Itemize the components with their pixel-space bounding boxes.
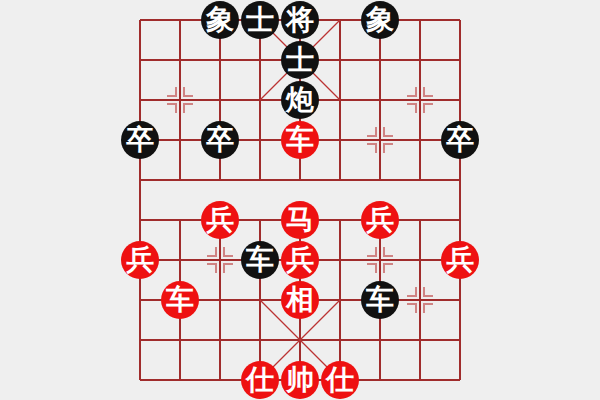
point-c3-r6[interactable]: 车 [240,240,280,280]
point-c4-r7[interactable]: 相 [280,280,320,320]
point-c4-r8[interactable] [280,320,320,360]
point-c7-r8[interactable] [400,320,440,360]
point-c1-r7[interactable]: 车 [160,280,200,320]
black-general[interactable]: 将 [281,1,319,39]
point-c8-r4[interactable] [440,160,480,200]
red-elephant[interactable]: 相 [281,281,319,319]
point-c3-r0[interactable]: 士 [240,0,280,40]
point-c5-r9[interactable]: 仕 [320,360,360,400]
point-c2-r1[interactable] [200,40,240,80]
black-elephant[interactable]: 象 [201,1,239,39]
point-c0-r2[interactable] [120,80,160,120]
point-c7-r3[interactable] [400,120,440,160]
point-c2-r5[interactable]: 兵 [200,200,240,240]
point-c7-r6[interactable] [400,240,440,280]
point-c4-r6[interactable]: 兵 [280,240,320,280]
xiangqi-board: 象士将象士炮卒卒车卒兵马兵兵车兵兵车相车仕帅仕 [0,0,600,400]
point-c6-r4[interactable] [360,160,400,200]
point-c1-r1[interactable] [160,40,200,80]
point-c6-r3[interactable] [360,120,400,160]
point-c7-r9[interactable] [400,360,440,400]
red-soldier[interactable]: 兵 [201,201,239,239]
point-c7-r5[interactable] [400,200,440,240]
point-c2-r2[interactable] [200,80,240,120]
point-c2-r6[interactable] [200,240,240,280]
point-c8-r3[interactable]: 卒 [440,120,480,160]
point-c3-r9[interactable]: 仕 [240,360,280,400]
point-c5-r5[interactable] [320,200,360,240]
point-c5-r8[interactable] [320,320,360,360]
point-c3-r2[interactable] [240,80,280,120]
red-general[interactable]: 帅 [281,361,319,399]
point-c2-r9[interactable] [200,360,240,400]
point-c2-r0[interactable]: 象 [200,0,240,40]
point-c4-r5[interactable]: 马 [280,200,320,240]
point-c3-r8[interactable] [240,320,280,360]
point-c6-r2[interactable] [360,80,400,120]
black-soldier[interactable]: 卒 [201,121,239,159]
point-c7-r4[interactable] [400,160,440,200]
point-c4-r3[interactable]: 车 [280,120,320,160]
point-c1-r3[interactable] [160,120,200,160]
point-c6-r9[interactable] [360,360,400,400]
point-c7-r1[interactable] [400,40,440,80]
point-c8-r6[interactable]: 兵 [440,240,480,280]
point-c0-r3[interactable]: 卒 [120,120,160,160]
point-c3-r3[interactable] [240,120,280,160]
point-c5-r6[interactable] [320,240,360,280]
black-soldier[interactable]: 卒 [121,121,159,159]
point-c1-r0[interactable] [160,0,200,40]
point-c5-r1[interactable] [320,40,360,80]
point-c4-r9[interactable]: 帅 [280,360,320,400]
point-c8-r7[interactable] [440,280,480,320]
black-advisor[interactable]: 士 [281,41,319,79]
point-c8-r0[interactable] [440,0,480,40]
point-c6-r8[interactable] [360,320,400,360]
point-c8-r9[interactable] [440,360,480,400]
point-c5-r7[interactable] [320,280,360,320]
red-advisor[interactable]: 仕 [241,361,279,399]
black-chariot[interactable]: 车 [361,281,399,319]
red-chariot[interactable]: 车 [161,281,199,319]
point-c1-r5[interactable] [160,200,200,240]
point-c3-r4[interactable] [240,160,280,200]
point-c0-r6[interactable]: 兵 [120,240,160,280]
point-c6-r1[interactable] [360,40,400,80]
point-c4-r4[interactable] [280,160,320,200]
point-c0-r9[interactable] [120,360,160,400]
red-soldier[interactable]: 兵 [121,241,159,279]
point-c0-r4[interactable] [120,160,160,200]
point-c4-r0[interactable]: 将 [280,0,320,40]
black-elephant[interactable]: 象 [361,1,399,39]
point-c5-r3[interactable] [320,120,360,160]
red-soldier[interactable]: 兵 [441,241,479,279]
point-c4-r1[interactable]: 士 [280,40,320,80]
point-c1-r2[interactable] [160,80,200,120]
red-soldier[interactable]: 兵 [361,201,399,239]
red-chariot[interactable]: 车 [281,121,319,159]
point-c3-r7[interactable] [240,280,280,320]
point-c3-r1[interactable] [240,40,280,80]
point-c8-r5[interactable] [440,200,480,240]
point-c7-r0[interactable] [400,0,440,40]
point-c2-r3[interactable]: 卒 [200,120,240,160]
black-chariot[interactable]: 车 [241,241,279,279]
point-c0-r1[interactable] [120,40,160,80]
red-soldier[interactable]: 兵 [281,241,319,279]
black-soldier[interactable]: 卒 [441,121,479,159]
black-cannon[interactable]: 炮 [281,81,319,119]
point-c8-r8[interactable] [440,320,480,360]
point-c0-r0[interactable] [120,0,160,40]
point-c8-r1[interactable] [440,40,480,80]
point-c3-r5[interactable] [240,200,280,240]
point-c1-r9[interactable] [160,360,200,400]
point-c2-r7[interactable] [200,280,240,320]
point-c7-r2[interactable] [400,80,440,120]
point-c1-r8[interactable] [160,320,200,360]
point-c6-r7[interactable]: 车 [360,280,400,320]
point-c1-r4[interactable] [160,160,200,200]
point-c0-r7[interactable] [120,280,160,320]
black-advisor[interactable]: 士 [241,1,279,39]
point-c8-r2[interactable] [440,80,480,120]
point-c6-r5[interactable]: 兵 [360,200,400,240]
point-c4-r2[interactable]: 炮 [280,80,320,120]
point-c0-r8[interactable] [120,320,160,360]
point-c5-r4[interactable] [320,160,360,200]
board-grid: 象士将象士炮卒卒车卒兵马兵兵车兵兵车相车仕帅仕 [120,0,480,400]
point-c5-r2[interactable] [320,80,360,120]
point-c6-r6[interactable] [360,240,400,280]
point-c1-r6[interactable] [160,240,200,280]
point-c2-r8[interactable] [200,320,240,360]
point-c2-r4[interactable] [200,160,240,200]
point-c6-r0[interactable]: 象 [360,0,400,40]
point-c0-r5[interactable] [120,200,160,240]
red-horse[interactable]: 马 [281,201,319,239]
point-c7-r7[interactable] [400,280,440,320]
point-c5-r0[interactable] [320,0,360,40]
red-advisor[interactable]: 仕 [321,361,359,399]
